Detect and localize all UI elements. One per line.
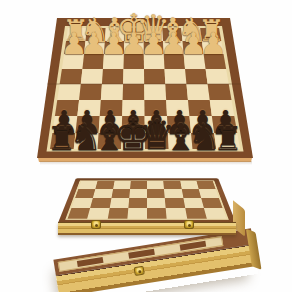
- folded-box-top-front: [58, 222, 236, 235]
- lid-square: [163, 181, 181, 189]
- square-g4: [81, 69, 103, 84]
- clasp-pin: [138, 270, 141, 273]
- square-a7: [212, 116, 237, 133]
- square-e3: [123, 54, 144, 69]
- square-f6: [100, 100, 123, 116]
- square-g5: [79, 84, 102, 100]
- square-b3: [184, 54, 206, 69]
- square-f5: [101, 84, 123, 100]
- square-d7: [145, 116, 168, 133]
- square-g8: [74, 133, 99, 149]
- lid-square: [180, 241, 207, 251]
- square-h3: [62, 54, 84, 69]
- square-a4: [206, 69, 229, 84]
- lid-square: [204, 208, 227, 219]
- square-a6: [210, 100, 235, 116]
- square-f7: [99, 116, 123, 133]
- square-g7: [75, 116, 99, 133]
- square-c7: [167, 116, 191, 133]
- lid-square: [113, 181, 131, 189]
- square-a3: [204, 54, 227, 69]
- square-a1: [200, 28, 221, 41]
- square-c4: [165, 69, 187, 84]
- square-c5: [165, 84, 188, 100]
- square-c1: [162, 28, 182, 41]
- square-g6: [77, 100, 101, 116]
- lid-square: [147, 181, 164, 189]
- square-d1: [144, 28, 164, 41]
- square-a5: [208, 84, 232, 100]
- square-e7: [122, 116, 145, 133]
- square-b2: [182, 41, 203, 54]
- square-g3: [82, 54, 104, 69]
- lid-square: [127, 208, 147, 219]
- square-b7: [189, 116, 214, 133]
- clasp-icon: [134, 266, 145, 276]
- square-b5: [186, 84, 209, 100]
- square-h6: [55, 100, 79, 116]
- square-h7: [52, 116, 77, 133]
- square-h4: [60, 69, 83, 84]
- square-d3: [144, 54, 165, 69]
- square-c6: [166, 100, 189, 116]
- lid-square: [147, 208, 167, 219]
- square-e8: [121, 133, 145, 149]
- square-b6: [188, 100, 212, 116]
- square-b1: [181, 28, 202, 41]
- lid-square: [130, 181, 147, 189]
- lid-square: [109, 198, 129, 208]
- square-g1: [85, 28, 105, 41]
- square-h2: [64, 41, 85, 54]
- square-e1: [124, 28, 143, 41]
- square-c3: [164, 54, 185, 69]
- square-b8: [191, 133, 216, 149]
- square-d5: [144, 84, 166, 100]
- lid-square: [77, 257, 104, 267]
- square-d6: [144, 100, 167, 116]
- lid-square: [147, 198, 166, 208]
- lid-square: [107, 208, 128, 219]
- square-b4: [185, 69, 208, 84]
- square-d4: [144, 69, 165, 84]
- lid-square: [199, 189, 219, 198]
- lid-square: [128, 198, 147, 208]
- square-g2: [84, 41, 105, 54]
- clasp-pin: [188, 224, 191, 227]
- square-a8: [214, 133, 240, 149]
- square-h1: [66, 28, 87, 41]
- folded-box-lid-checkerboard: [68, 181, 227, 218]
- lid-square: [93, 189, 113, 198]
- square-e5: [123, 84, 145, 100]
- clasp-pin: [95, 224, 98, 227]
- lid-square: [196, 181, 215, 189]
- square-f2: [104, 41, 124, 54]
- square-f3: [103, 54, 124, 69]
- clasp-icon: [91, 220, 101, 229]
- square-c2: [163, 41, 184, 54]
- square-e6: [122, 100, 144, 116]
- lid-square: [87, 208, 109, 219]
- lid-square: [147, 189, 165, 198]
- lid-square: [166, 208, 187, 219]
- lid-square: [128, 249, 155, 259]
- square-h8: [50, 133, 75, 149]
- lid-square: [111, 189, 130, 198]
- clasp-icon: [184, 220, 194, 229]
- square-d2: [144, 41, 164, 54]
- lid-square: [164, 189, 183, 198]
- square-a2: [202, 41, 224, 54]
- square-f1: [105, 28, 125, 41]
- square-e2: [124, 41, 144, 54]
- lid-square: [90, 198, 111, 208]
- square-c8: [168, 133, 193, 149]
- square-d8: [145, 133, 169, 149]
- lid-square: [201, 198, 223, 208]
- square-f4: [102, 69, 124, 84]
- product-photo: ♜♞♝♚♛♝♞♜♟♟♟♟♟♟♟♟♟♟♟♟♟♟♟♟♜♞♝♚♛♝♞♜: [0, 0, 292, 292]
- square-f8: [98, 133, 122, 149]
- square-e4: [123, 69, 144, 84]
- square-h5: [57, 84, 81, 100]
- folded-box-top-lid: [58, 178, 236, 223]
- lid-square: [129, 189, 147, 198]
- board-shadow: [40, 161, 252, 165]
- lid-square: [165, 198, 185, 208]
- lid-square: [95, 181, 114, 189]
